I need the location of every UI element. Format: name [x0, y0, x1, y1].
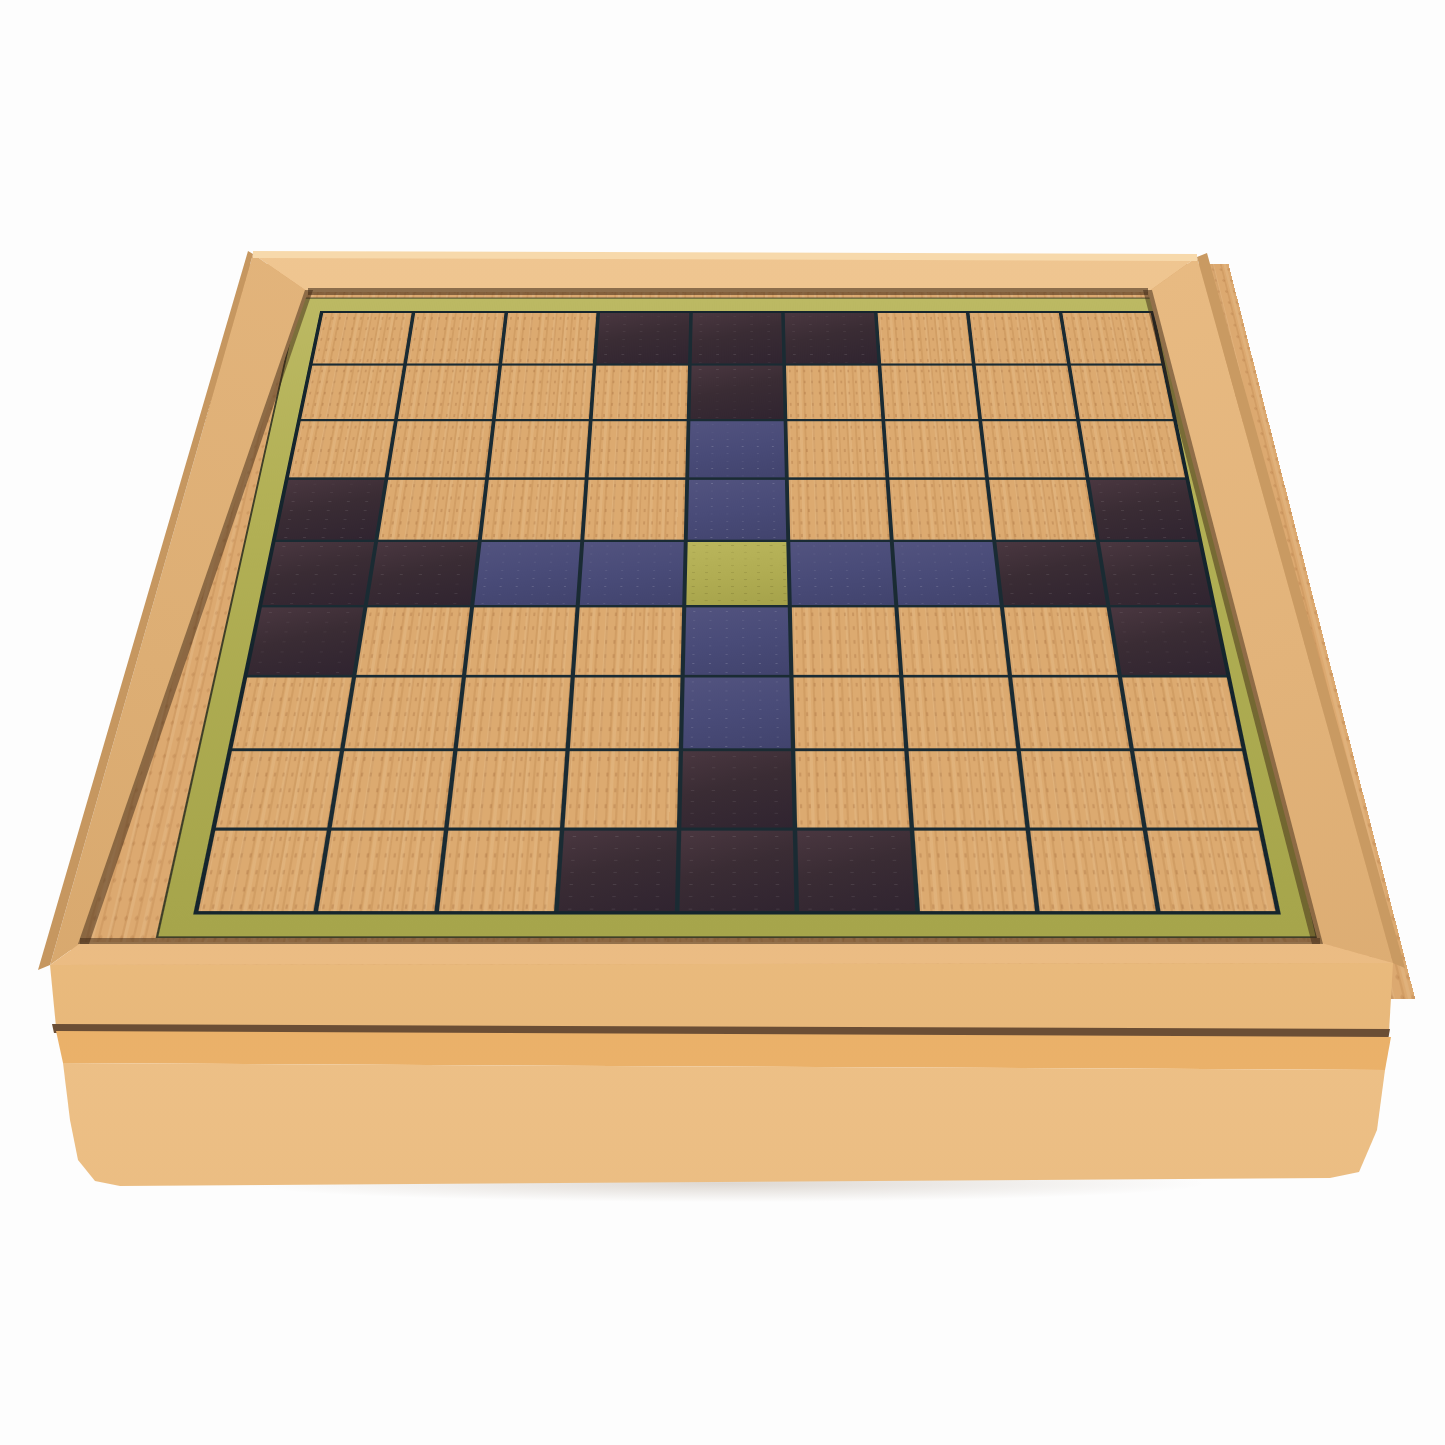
board-square[interactable]	[248, 608, 364, 675]
board-square[interactable]	[345, 677, 462, 748]
board-square[interactable]	[313, 313, 412, 364]
board-square[interactable]	[1004, 608, 1117, 675]
board-square[interactable]	[502, 313, 597, 364]
board-square[interactable]	[389, 421, 492, 477]
board-square[interactable]	[407, 313, 504, 364]
board-square[interactable]	[198, 830, 327, 911]
board-square[interactable]	[580, 542, 683, 605]
board-square[interactable]	[788, 421, 886, 477]
board-square[interactable]	[908, 751, 1025, 827]
board-square[interactable]	[686, 542, 788, 605]
board-square[interactable]	[898, 608, 1008, 675]
board-square[interactable]	[589, 421, 687, 477]
board-square[interactable]	[357, 608, 470, 675]
board-square[interactable]	[474, 542, 580, 605]
board-square[interactable]	[368, 542, 477, 605]
board-square[interactable]	[289, 421, 394, 477]
board-square[interactable]	[881, 366, 978, 419]
board-square[interactable]	[683, 677, 791, 748]
board-square[interactable]	[565, 751, 679, 827]
board-square[interactable]	[332, 751, 453, 827]
board-square[interactable]	[301, 366, 403, 419]
board-square[interactable]	[679, 830, 795, 911]
board-square[interactable]	[466, 608, 576, 675]
board-square[interactable]	[232, 677, 352, 748]
board-square[interactable]	[794, 677, 904, 748]
board-square[interactable]	[684, 608, 789, 675]
board-square[interactable]	[796, 751, 910, 827]
board-square[interactable]	[439, 830, 560, 911]
board-square[interactable]	[681, 751, 793, 827]
board-square[interactable]	[970, 313, 1067, 364]
board-square[interactable]	[1062, 313, 1161, 364]
board-square[interactable]	[449, 751, 566, 827]
board-square[interactable]	[1099, 542, 1211, 605]
board-square[interactable]	[262, 542, 374, 605]
board-square[interactable]	[597, 313, 689, 364]
board-square[interactable]	[893, 542, 999, 605]
gold-border	[156, 298, 1319, 939]
board-square[interactable]	[982, 421, 1085, 477]
board-square[interactable]	[976, 366, 1076, 419]
board-square[interactable]	[691, 313, 782, 364]
board-square[interactable]	[1071, 366, 1173, 419]
board-grid	[198, 313, 1275, 911]
board-square[interactable]	[593, 366, 688, 419]
board-square[interactable]	[458, 677, 571, 748]
board-square[interactable]	[789, 480, 889, 540]
board-square[interactable]	[216, 751, 340, 827]
board-square[interactable]	[689, 421, 785, 477]
board-square[interactable]	[914, 830, 1035, 911]
board-square[interactable]	[1122, 677, 1242, 748]
board-square[interactable]	[1030, 830, 1155, 911]
board-square[interactable]	[1089, 480, 1198, 540]
board-square[interactable]	[1021, 751, 1142, 827]
board-square[interactable]	[889, 480, 992, 540]
board-square[interactable]	[1147, 830, 1276, 911]
product-photo-tablut-game-box	[0, 0, 1445, 1445]
board-square[interactable]	[1012, 677, 1129, 748]
board-square[interactable]	[786, 366, 881, 419]
board-square[interactable]	[690, 366, 784, 419]
board-square[interactable]	[996, 542, 1105, 605]
board-square[interactable]	[1110, 608, 1226, 675]
board-square[interactable]	[559, 830, 677, 911]
board-square[interactable]	[688, 480, 787, 540]
board-square[interactable]	[903, 677, 1016, 748]
board-square[interactable]	[792, 608, 899, 675]
board-square[interactable]	[585, 480, 685, 540]
board-square[interactable]	[398, 366, 498, 419]
board-square[interactable]	[276, 480, 385, 540]
board-square[interactable]	[482, 480, 585, 540]
board-square[interactable]	[785, 313, 877, 364]
board-square[interactable]	[489, 421, 589, 477]
board-square[interactable]	[1080, 421, 1185, 477]
board-square[interactable]	[989, 480, 1095, 540]
board-square[interactable]	[319, 830, 444, 911]
board-grid-outline	[193, 311, 1281, 914]
board-square[interactable]	[575, 608, 682, 675]
board-square[interactable]	[885, 421, 985, 477]
board-square[interactable]	[877, 313, 972, 364]
board-square[interactable]	[1134, 751, 1258, 827]
board-square[interactable]	[570, 677, 680, 748]
board-square[interactable]	[790, 542, 893, 605]
board-square[interactable]	[379, 480, 485, 540]
board-square[interactable]	[496, 366, 593, 419]
board-square[interactable]	[797, 830, 915, 911]
